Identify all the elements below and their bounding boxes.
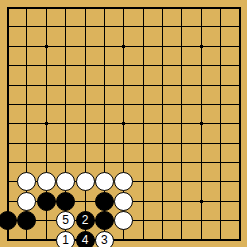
grid-line-horizontal [8,143,241,144]
grid-line-horizontal [8,162,241,163]
star-point [200,45,203,48]
star-point [122,45,125,48]
white-stone-move-3: 3 [95,231,114,247]
star-point [122,122,125,125]
white-stone [17,192,36,211]
star-point [200,122,203,125]
white-stone [76,172,95,191]
black-stone [37,192,56,211]
black-stone [95,211,114,230]
black-stone-move-4: 4 [76,231,95,247]
black-stone-move-2: 2 [76,211,95,230]
star-point [45,45,48,48]
black-stone [56,192,75,211]
star-point [45,122,48,125]
grid-line-vertical [220,8,221,241]
grid-line-vertical [162,8,163,241]
black-stone [95,192,114,211]
white-stone [114,192,133,211]
go-board: 52143 [0,0,247,247]
grid-line-vertical [181,8,182,241]
white-stone [37,172,56,191]
white-stone-move-1: 1 [56,231,75,247]
grid-line-vertical [143,8,144,241]
star-point [200,200,203,203]
